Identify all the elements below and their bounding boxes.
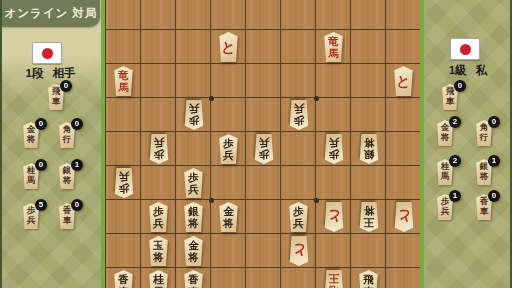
board-cell[interactable]	[386, 234, 421, 268]
shogi-piece-歩兵[interactable]: 歩兵	[145, 202, 173, 232]
board-cell[interactable]	[106, 98, 141, 132]
captured-count-badge: 0	[488, 190, 500, 202]
shogi-piece-王将[interactable]: 王将	[355, 202, 383, 232]
shogi-piece-と[interactable]: と	[215, 32, 243, 62]
tray-piece-香車[interactable]: 香車0	[472, 194, 496, 220]
tray-piece-香車[interactable]: 香車0	[55, 203, 79, 229]
captured-count-badge: 0	[35, 118, 47, 130]
tray-piece-歩兵[interactable]: 歩兵1	[433, 194, 457, 220]
board-cell[interactable]	[281, 0, 316, 30]
board-cell[interactable]	[246, 234, 281, 268]
shogi-piece-銀将[interactable]: 銀将	[180, 202, 208, 232]
board-cell[interactable]	[281, 268, 316, 288]
board-cell[interactable]	[316, 98, 351, 132]
board-star-point	[314, 198, 319, 203]
shogi-piece-歩兵[interactable]: 歩兵	[285, 202, 313, 232]
board-cell[interactable]	[316, 166, 351, 200]
shogi-piece-香車[interactable]: 香車	[110, 270, 138, 288]
board-cell[interactable]	[211, 64, 246, 98]
header-title: オンライン 対局	[4, 6, 97, 21]
captured-count-badge: 0	[488, 116, 500, 128]
board-cell[interactable]	[246, 0, 281, 30]
board-cell[interactable]	[316, 234, 351, 268]
shogi-piece-竜王[interactable]: 竜王	[320, 270, 348, 288]
board-cell[interactable]	[176, 30, 211, 64]
opponent-japan-flag-icon	[32, 42, 62, 64]
shogi-piece-香車[interactable]: 香車	[180, 270, 208, 288]
board-cell[interactable]	[386, 98, 421, 132]
board-cell[interactable]	[141, 0, 176, 30]
shogi-piece-歩兵[interactable]: 歩兵	[145, 134, 173, 164]
board-star-point	[314, 96, 319, 101]
board-cell[interactable]	[281, 132, 316, 166]
captured-count-badge: 1	[71, 159, 83, 171]
shogi-piece-歩兵[interactable]: 歩兵	[320, 134, 348, 164]
shogi-piece-飛車[interactable]: 飛車	[355, 270, 383, 288]
board-cell[interactable]	[106, 132, 141, 166]
board-cell[interactable]	[386, 30, 421, 64]
board-cell[interactable]	[176, 0, 211, 30]
board-cell[interactable]	[351, 30, 386, 64]
shogi-piece-歩兵[interactable]: 歩兵	[180, 100, 208, 130]
board-star-point	[209, 198, 214, 203]
board-cell[interactable]	[211, 0, 246, 30]
board-cell[interactable]	[141, 98, 176, 132]
tray-piece-角行[interactable]: 角行0	[55, 122, 79, 148]
board-cell[interactable]	[141, 64, 176, 98]
shogi-piece-歩兵[interactable]: 歩兵	[285, 100, 313, 130]
my-label: 1級 私	[424, 63, 512, 78]
shogi-piece-歩兵[interactable]: 歩兵	[110, 168, 138, 198]
board-cell[interactable]	[246, 166, 281, 200]
shogi-piece-玉将[interactable]: 玉将	[145, 236, 173, 266]
captured-count-badge: 5	[35, 199, 47, 211]
shogi-piece-歩兵[interactable]: 歩兵	[215, 134, 243, 164]
board-cell[interactable]	[351, 234, 386, 268]
shogi-board[interactable]: と竜馬竜馬と歩兵歩兵歩兵歩兵歩兵歩兵銀将歩兵歩兵歩兵銀将金将歩兵と王将と玉将金将…	[105, 0, 421, 288]
captured-count-badge: 0	[35, 159, 47, 171]
shogi-piece-金将[interactable]: 金将	[215, 202, 243, 232]
board-cell[interactable]	[141, 166, 176, 200]
tray-piece-銀将[interactable]: 銀将1	[55, 163, 79, 189]
shogi-piece-桂馬[interactable]: 桂馬	[145, 270, 173, 288]
tray-piece-桂馬[interactable]: 桂馬0	[19, 163, 43, 189]
board-cell[interactable]	[141, 30, 176, 64]
board-cell[interactable]	[351, 0, 386, 30]
opponent-label: 1段 相手	[0, 66, 101, 81]
tray-piece-飛車[interactable]: 飛車0	[438, 84, 462, 110]
shogi-piece-と[interactable]: と	[320, 202, 348, 232]
board-left-green-trim	[101, 0, 105, 288]
board-cell[interactable]	[246, 200, 281, 234]
shogi-piece-歩兵[interactable]: 歩兵	[180, 168, 208, 198]
tray-piece-金将[interactable]: 金将0	[19, 122, 43, 148]
board-cell[interactable]	[281, 64, 316, 98]
board-cell[interactable]	[281, 30, 316, 64]
captured-count-badge: 0	[60, 80, 72, 92]
captured-count-badge: 0	[71, 199, 83, 211]
captured-count-badge: 1	[488, 155, 500, 167]
shogi-piece-銀将[interactable]: 銀将	[355, 134, 383, 164]
captured-count-badge: 1	[449, 190, 461, 202]
app-window: オンライン 対局 1段 相手 1級 私 と竜馬竜馬と歩兵歩兵歩兵歩兵歩兵歩兵銀将…	[0, 0, 512, 288]
shogi-piece-竜馬[interactable]: 竜馬	[320, 32, 348, 62]
captured-count-badge: 2	[449, 155, 461, 167]
tray-piece-金将[interactable]: 金将2	[433, 120, 457, 146]
board-cell[interactable]	[176, 132, 211, 166]
tray-piece-桂馬[interactable]: 桂馬2	[433, 159, 457, 185]
board-cell[interactable]	[246, 268, 281, 288]
board-cell[interactable]	[211, 166, 246, 200]
shogi-piece-と[interactable]: と	[285, 236, 313, 266]
board-cell[interactable]	[386, 132, 421, 166]
board-cell[interactable]	[316, 0, 351, 30]
board-cell[interactable]	[351, 98, 386, 132]
board-cell[interactable]	[281, 166, 316, 200]
shogi-piece-歩兵[interactable]: 歩兵	[250, 134, 278, 164]
board-cell[interactable]	[246, 98, 281, 132]
left-edge-trim	[0, 0, 2, 288]
board-cell[interactable]	[351, 166, 386, 200]
board-cell[interactable]	[386, 166, 421, 200]
board-cell[interactable]	[316, 64, 351, 98]
board-right-green-trim	[420, 0, 424, 288]
tray-piece-銀将[interactable]: 銀将1	[472, 159, 496, 185]
board-cell[interactable]	[211, 98, 246, 132]
opponent-rank: 1段	[26, 66, 44, 81]
my-japan-flag-icon	[450, 38, 480, 60]
my-rank: 1級	[449, 63, 467, 78]
board-cell[interactable]	[246, 30, 281, 64]
board-cell[interactable]	[211, 268, 246, 288]
board-cell[interactable]	[106, 200, 141, 234]
tray-piece-飛車[interactable]: 飛車0	[44, 84, 68, 110]
tray-piece-歩兵[interactable]: 歩兵5	[19, 203, 43, 229]
shogi-piece-金将[interactable]: 金将	[180, 236, 208, 266]
board-star-point	[209, 96, 214, 101]
tray-piece-角行[interactable]: 角行0	[472, 120, 496, 146]
board-cell[interactable]	[106, 234, 141, 268]
board-cell[interactable]	[386, 0, 421, 30]
board-cell[interactable]	[386, 268, 421, 288]
captured-count-badge: 0	[454, 80, 466, 92]
captured-count-badge: 0	[71, 118, 83, 130]
board-cell[interactable]	[106, 30, 141, 64]
shogi-piece-竜馬[interactable]: 竜馬	[110, 66, 138, 96]
board-cell[interactable]	[351, 64, 386, 98]
board-cell[interactable]	[211, 234, 246, 268]
captured-count-badge: 2	[449, 116, 461, 128]
board-cell[interactable]	[176, 64, 211, 98]
my-name: 私	[476, 63, 488, 78]
shogi-piece-と[interactable]: と	[390, 202, 418, 232]
shogi-piece-と[interactable]: と	[390, 66, 418, 96]
board-cell[interactable]	[106, 0, 141, 30]
online-match-header: オンライン 対局	[2, 0, 100, 27]
board-cell[interactable]	[246, 64, 281, 98]
opponent-name: 相手	[52, 66, 75, 81]
